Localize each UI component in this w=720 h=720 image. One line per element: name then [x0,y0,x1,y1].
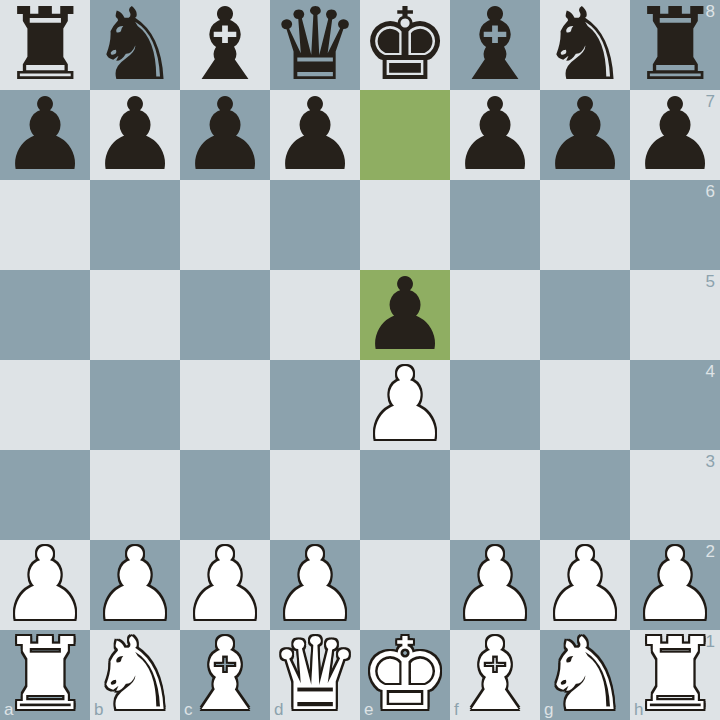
square-c5[interactable] [180,270,270,360]
piece-white-knight[interactable]: ♞ [540,630,630,720]
square-g5[interactable] [540,270,630,360]
chess-board: ♜♞♝♛♚♝♞8♜♟♟♟♟♟♟7♟6♟5♟43♟♟♟♟♟♟2♟a♜b♞c♝d♛e… [0,0,720,720]
square-g1[interactable]: g♞ [540,630,630,720]
piece-black-pawn[interactable]: ♟ [270,90,360,180]
square-b1[interactable]: b♞ [90,630,180,720]
square-g7[interactable]: ♟ [540,90,630,180]
square-h4[interactable]: 4 [630,360,720,450]
square-f7[interactable]: ♟ [450,90,540,180]
square-d4[interactable] [270,360,360,450]
square-b6[interactable] [90,180,180,270]
square-f6[interactable] [450,180,540,270]
square-g4[interactable] [540,360,630,450]
square-h7[interactable]: 7♟ [630,90,720,180]
piece-white-rook[interactable]: ♜ [0,630,90,720]
square-d5[interactable] [270,270,360,360]
square-f1[interactable]: f♝ [450,630,540,720]
square-e1[interactable]: e♚ [360,630,450,720]
piece-white-pawn[interactable]: ♟ [360,360,450,450]
square-c4[interactable] [180,360,270,450]
piece-black-king[interactable]: ♚ [360,0,450,90]
square-c7[interactable]: ♟ [180,90,270,180]
piece-black-pawn[interactable]: ♟ [90,90,180,180]
square-d7[interactable]: ♟ [270,90,360,180]
square-d6[interactable] [270,180,360,270]
square-h1[interactable]: 1h♜ [630,630,720,720]
piece-black-pawn[interactable]: ♟ [450,90,540,180]
square-c6[interactable] [180,180,270,270]
square-b7[interactable]: ♟ [90,90,180,180]
square-e4[interactable]: ♟ [360,360,450,450]
square-f5[interactable] [450,270,540,360]
piece-white-bishop[interactable]: ♝ [450,630,540,720]
piece-black-pawn[interactable]: ♟ [180,90,270,180]
piece-white-knight[interactable]: ♞ [90,630,180,720]
square-a6[interactable] [0,180,90,270]
piece-white-bishop[interactable]: ♝ [180,630,270,720]
piece-black-pawn[interactable]: ♟ [0,90,90,180]
piece-black-pawn[interactable]: ♟ [630,90,720,180]
piece-white-king[interactable]: ♚ [360,630,450,720]
square-a1[interactable]: a♜ [0,630,90,720]
square-a7[interactable]: ♟ [0,90,90,180]
square-a4[interactable] [0,360,90,450]
square-a5[interactable] [0,270,90,360]
piece-white-rook[interactable]: ♜ [630,630,720,720]
square-b5[interactable] [90,270,180,360]
coord-rank-3: 3 [706,453,715,470]
square-b4[interactable] [90,360,180,450]
square-h5[interactable]: 5 [630,270,720,360]
square-e3[interactable] [360,450,450,540]
coord-rank-4: 4 [706,363,715,380]
square-e7[interactable] [360,90,450,180]
square-e8[interactable]: ♚ [360,0,450,90]
coord-rank-5: 5 [706,273,715,290]
square-f4[interactable] [450,360,540,450]
square-g6[interactable] [540,180,630,270]
square-c1[interactable]: c♝ [180,630,270,720]
piece-black-pawn[interactable]: ♟ [540,90,630,180]
square-h6[interactable]: 6 [630,180,720,270]
square-d1[interactable]: d♛ [270,630,360,720]
piece-white-queen[interactable]: ♛ [270,630,360,720]
